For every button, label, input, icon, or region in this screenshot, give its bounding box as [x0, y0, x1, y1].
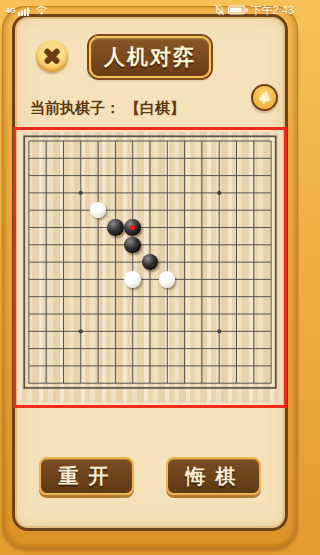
status-right: 下午2:43 — [214, 3, 294, 18]
title-banner: 人机对弈 — [89, 36, 211, 78]
close-icon — [36, 40, 68, 72]
speaker-icon — [257, 90, 272, 105]
status-bar: 4G 下午2:43 — [0, 0, 300, 20]
turn-label: 当前执棋子： — [30, 99, 120, 118]
black-stone — [142, 254, 158, 270]
sound-button[interactable] — [251, 84, 278, 111]
board[interactable] — [18, 132, 282, 403]
black-stone — [124, 237, 140, 253]
board-highlight — [13, 127, 287, 408]
stones-layer — [20, 132, 279, 391]
last-move-marker — [130, 225, 135, 230]
wifi-icon — [35, 5, 48, 15]
turn-indicator: 当前执棋子： 【白棋】 — [30, 97, 185, 119]
restart-button[interactable]: 重开 — [39, 457, 134, 495]
page-title: 人机对弈 — [104, 43, 196, 71]
black-stone — [107, 219, 123, 235]
white-stone — [90, 202, 106, 218]
status-left: 4G — [6, 5, 48, 16]
close-button[interactable] — [36, 40, 68, 72]
turn-value: 【白棋】 — [125, 99, 185, 118]
bell-muted-icon — [214, 4, 225, 16]
white-stone — [124, 271, 140, 287]
undo-button[interactable]: 悔棋 — [166, 457, 261, 495]
network-type-label: 4G — [6, 7, 15, 14]
battery-icon — [228, 5, 248, 15]
signal-bars-icon — [18, 5, 32, 16]
white-stone — [159, 271, 175, 287]
black-stone — [124, 219, 140, 235]
status-time: 下午2:43 — [251, 3, 294, 18]
